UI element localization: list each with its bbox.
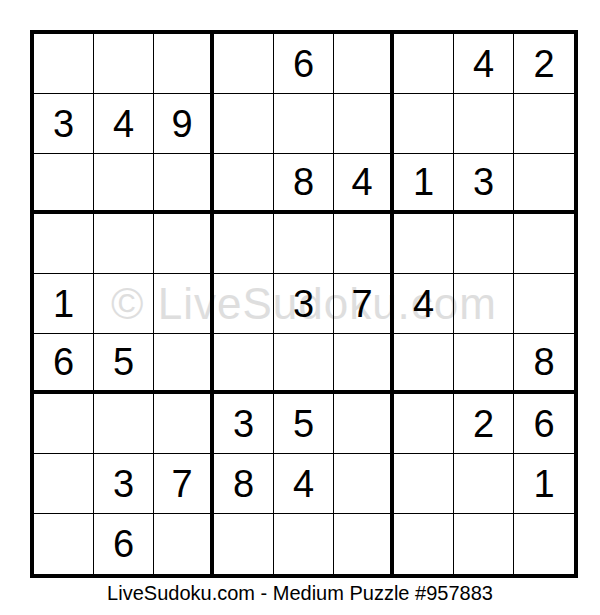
cell-r8c4[interactable]: 8 [214,454,274,514]
cell-r2c1[interactable]: 3 [34,94,94,154]
puzzle-caption: LiveSudoku.com - Medium Puzzle #957883 [0,582,600,605]
cell-r2c9[interactable] [514,94,574,154]
cell-r8c7[interactable] [394,454,454,514]
cell-r2c7[interactable] [394,94,454,154]
sudoku-board: 642349841313746583526378416 [30,30,578,578]
cell-r5c1[interactable]: 1 [34,274,94,334]
cell-r2c3[interactable]: 9 [154,94,214,154]
cell-r8c1[interactable] [34,454,94,514]
cell-r4c5[interactable] [274,214,334,274]
cell-r9c6[interactable] [334,514,394,574]
cell-r8c9[interactable]: 1 [514,454,574,514]
cell-r9c3[interactable] [154,514,214,574]
cell-r4c4[interactable] [214,214,274,274]
cell-r1c6[interactable] [334,34,394,94]
cell-r7c7[interactable] [394,394,454,454]
cell-r5c5[interactable]: 3 [274,274,334,334]
cell-r5c6[interactable]: 7 [334,274,394,334]
cell-r9c8[interactable] [454,514,514,574]
cell-r5c9[interactable] [514,274,574,334]
cell-r1c9[interactable]: 2 [514,34,574,94]
cell-r7c3[interactable] [154,394,214,454]
cell-r9c7[interactable] [394,514,454,574]
cell-r9c1[interactable] [34,514,94,574]
cell-r6c9[interactable]: 8 [514,334,574,394]
cell-r1c3[interactable] [154,34,214,94]
cell-r3c9[interactable] [514,154,574,214]
cell-r4c1[interactable] [34,214,94,274]
cell-r3c3[interactable] [154,154,214,214]
cell-r1c4[interactable] [214,34,274,94]
cell-r7c4[interactable]: 3 [214,394,274,454]
cell-r6c7[interactable] [394,334,454,394]
cell-r4c3[interactable] [154,214,214,274]
cell-r3c7[interactable]: 1 [394,154,454,214]
cell-r6c5[interactable] [274,334,334,394]
cell-r8c2[interactable]: 3 [94,454,154,514]
cell-r4c9[interactable] [514,214,574,274]
cell-r4c6[interactable] [334,214,394,274]
cell-r1c5[interactable]: 6 [274,34,334,94]
cell-r5c2[interactable] [94,274,154,334]
cell-r3c8[interactable]: 3 [454,154,514,214]
cell-r1c1[interactable] [34,34,94,94]
cell-r9c2[interactable]: 6 [94,514,154,574]
cell-r7c1[interactable] [34,394,94,454]
cell-r9c5[interactable] [274,514,334,574]
cell-r6c1[interactable]: 6 [34,334,94,394]
cell-r6c3[interactable] [154,334,214,394]
cell-r3c4[interactable] [214,154,274,214]
cell-r7c2[interactable] [94,394,154,454]
cell-r3c2[interactable] [94,154,154,214]
cell-r6c4[interactable] [214,334,274,394]
cell-r5c4[interactable] [214,274,274,334]
cell-r8c8[interactable] [454,454,514,514]
cell-r7c6[interactable] [334,394,394,454]
cell-r4c2[interactable] [94,214,154,274]
cell-r1c7[interactable] [394,34,454,94]
cell-r5c8[interactable] [454,274,514,334]
cell-r6c8[interactable] [454,334,514,394]
cell-r8c5[interactable]: 4 [274,454,334,514]
cell-r3c6[interactable]: 4 [334,154,394,214]
cell-r7c8[interactable]: 2 [454,394,514,454]
cell-r7c9[interactable]: 6 [514,394,574,454]
cell-r9c4[interactable] [214,514,274,574]
cell-r6c6[interactable] [334,334,394,394]
cell-r5c7[interactable]: 4 [394,274,454,334]
cell-r4c8[interactable] [454,214,514,274]
cell-r3c5[interactable]: 8 [274,154,334,214]
cell-r5c3[interactable] [154,274,214,334]
cell-r8c6[interactable] [334,454,394,514]
cell-r1c2[interactable] [94,34,154,94]
cell-r2c5[interactable] [274,94,334,154]
cell-r2c8[interactable] [454,94,514,154]
cell-r7c5[interactable]: 5 [274,394,334,454]
cell-r2c6[interactable] [334,94,394,154]
cell-r3c1[interactable] [34,154,94,214]
cell-r4c7[interactable] [394,214,454,274]
cell-r6c2[interactable]: 5 [94,334,154,394]
cell-r9c9[interactable] [514,514,574,574]
cell-r2c2[interactable]: 4 [94,94,154,154]
cell-r8c3[interactable]: 7 [154,454,214,514]
cell-r2c4[interactable] [214,94,274,154]
cell-r1c8[interactable]: 4 [454,34,514,94]
